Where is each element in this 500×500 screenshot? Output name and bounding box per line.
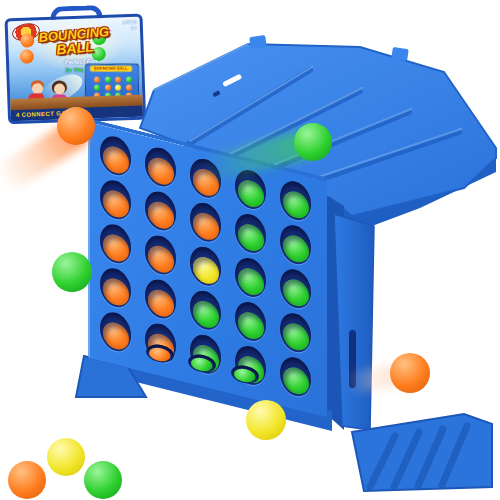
board-ball-green bbox=[283, 321, 309, 353]
hole-r2c3 bbox=[190, 199, 221, 245]
hole-r3c1 bbox=[100, 221, 131, 267]
hole-r4c3 bbox=[190, 287, 221, 333]
hole-r4c1 bbox=[100, 265, 131, 311]
tray-tab bbox=[391, 47, 409, 61]
hole-r3c5 bbox=[280, 266, 311, 312]
board-ball-orange bbox=[148, 243, 174, 275]
board-ball-orange bbox=[148, 199, 174, 231]
loose-ball-yellow bbox=[47, 438, 85, 476]
board-ball-green bbox=[283, 277, 309, 309]
board-ball-orange bbox=[148, 155, 174, 187]
board-ball-orange bbox=[148, 287, 174, 319]
loose-ball-yellow bbox=[246, 400, 286, 440]
hole-r2c5 bbox=[280, 222, 311, 268]
board-ball-orange bbox=[103, 144, 129, 176]
hole-r2c2 bbox=[145, 188, 176, 234]
loose-ball-green bbox=[294, 123, 332, 161]
hole-r4c5 bbox=[280, 310, 311, 356]
hole-r1c1 bbox=[100, 133, 131, 179]
loose-ball-orange bbox=[8, 461, 46, 499]
board-ball-green bbox=[193, 298, 219, 330]
hole-r2c1 bbox=[100, 177, 131, 223]
board-ball-yellow bbox=[193, 254, 219, 286]
loose-ball-orange bbox=[57, 107, 95, 145]
loose-ball-green bbox=[52, 252, 92, 292]
board-ball-orange bbox=[103, 188, 129, 220]
hole-r4c2 bbox=[145, 276, 176, 322]
board-ball-green bbox=[238, 177, 264, 209]
hole-r3c2 bbox=[145, 232, 176, 278]
board-ball-green bbox=[238, 309, 264, 341]
board-ball-orange bbox=[193, 210, 219, 242]
loose-ball-green bbox=[84, 461, 122, 499]
hole-r4c4 bbox=[235, 299, 266, 345]
hole-r3c4 bbox=[235, 255, 266, 301]
loose-ball-orange bbox=[390, 353, 430, 393]
hole-r1c2 bbox=[145, 144, 176, 190]
hole-r2c4 bbox=[235, 211, 266, 257]
hole-r5c1 bbox=[100, 309, 131, 355]
board-ball-orange bbox=[103, 320, 129, 352]
hole-r3c3 bbox=[190, 243, 221, 289]
product-photo-scene: AGES3+ BOUNCING BALL Perfect Fun 3+ Yrs bbox=[0, 0, 500, 500]
board-ball-green bbox=[283, 189, 309, 221]
hole-r1c5 bbox=[280, 178, 311, 224]
tray-tab bbox=[249, 35, 267, 49]
board-ball-green bbox=[238, 265, 264, 297]
hole-r5c5 bbox=[280, 354, 311, 400]
board-ball-orange bbox=[103, 232, 129, 264]
board-ball-green bbox=[283, 365, 309, 397]
board-ball-green bbox=[283, 233, 309, 265]
board-ball-orange bbox=[103, 276, 129, 308]
board-ball-green bbox=[238, 221, 264, 253]
